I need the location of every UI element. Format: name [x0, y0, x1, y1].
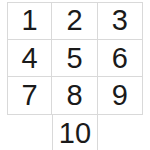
grid-cell-5: 5 — [52, 40, 97, 78]
grid-cell-4: 4 — [7, 40, 52, 78]
grid-cell-8: 8 — [52, 77, 97, 115]
number-grid-board: 1 2 3 4 5 6 7 8 9 10 — [7, 2, 143, 150]
grid-cell-2: 2 — [52, 2, 97, 40]
grid-cell-1: 1 — [7, 2, 52, 40]
grid-cell-3: 3 — [98, 2, 143, 40]
grid-cell-9: 9 — [98, 77, 143, 115]
grid-cell-7: 7 — [7, 77, 52, 115]
grid-cell-10: 10 — [52, 115, 97, 150]
grid-cell-6: 6 — [98, 40, 143, 78]
